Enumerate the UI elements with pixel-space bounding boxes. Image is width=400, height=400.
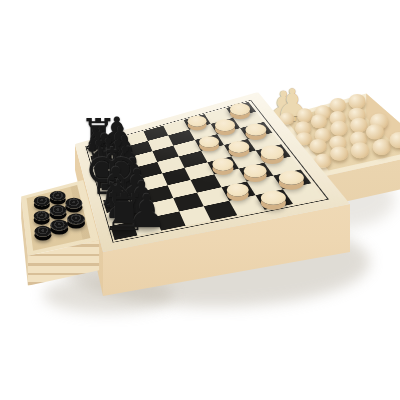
checker-h4[interactable]	[261, 146, 284, 159]
checker-g3[interactable]	[244, 164, 267, 177]
checker-h8[interactable]	[230, 103, 250, 115]
product-photo-scene: ♟♟ ♜♟♞♟♝♟♛♟♚♟♝♟♞♟♜♟	[0, 0, 400, 400]
checker-f2[interactable]	[227, 183, 250, 196]
black-rook-a1[interactable]: ♜	[101, 189, 147, 240]
checker-f8[interactable]	[187, 116, 206, 127]
checker-g7[interactable]	[215, 119, 235, 131]
pieces-layer: ♜♟♞♟♝♟♛♟♚♟♝♟♞♟♜♟	[0, 0, 400, 400]
checker-f6[interactable]	[199, 136, 219, 148]
